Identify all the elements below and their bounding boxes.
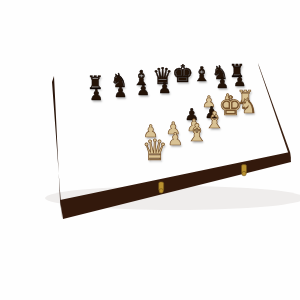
brass-clasp-knob-2 [242,171,246,175]
box-side-right [258,63,291,161]
brass-clasp-knob-1 [159,189,163,193]
product-photo: ABCDEFGH ABCDEFGH 87654321 87654321 ✦✦✦✦… [0,0,300,300]
box-side-and-clasps [0,0,300,300]
